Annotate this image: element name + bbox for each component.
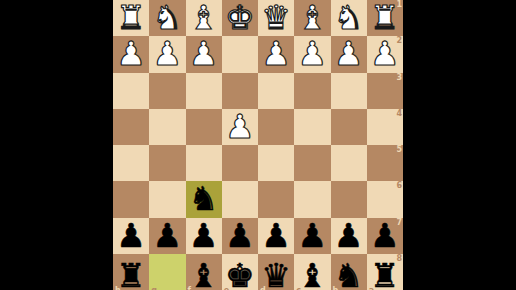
square-c6[interactable] [294,181,330,217]
square-d7[interactable]: ♟ [258,218,294,254]
square-h3[interactable] [113,73,149,109]
square-c7[interactable]: ♟ [294,218,330,254]
piece-wN-g1[interactable]: ♞ [153,0,183,36]
square-a2[interactable]: ♟2 [367,36,403,72]
square-f2[interactable]: ♟ [186,36,222,72]
square-g8[interactable]: g [149,254,185,290]
square-b7[interactable]: ♟ [331,218,367,254]
square-g2[interactable]: ♟ [149,36,185,72]
square-d3[interactable] [258,73,294,109]
square-h6[interactable] [113,181,149,217]
square-f7[interactable]: ♟ [186,218,222,254]
square-d2[interactable]: ♟ [258,36,294,72]
piece-bP-b7[interactable]: ♟ [334,218,364,254]
square-c1[interactable]: ♝ [294,0,330,36]
square-f1[interactable]: ♝ [186,0,222,36]
square-c8[interactable]: ♝c [294,254,330,290]
square-a6[interactable]: 6 [367,181,403,217]
square-d1[interactable]: ♛ [258,0,294,36]
piece-wP-a2[interactable]: ♟ [370,36,400,72]
rank-label-7: 7 [396,219,402,227]
square-e2[interactable] [222,36,258,72]
piece-bR-a8[interactable]: ♜ [370,258,400,290]
square-f6[interactable]: ♞ [186,181,222,217]
piece-wK-e1[interactable]: ♚ [225,0,255,36]
square-c4[interactable] [294,109,330,145]
piece-bP-f7[interactable]: ♟ [189,218,219,254]
square-e6[interactable] [222,181,258,217]
square-e3[interactable] [222,73,258,109]
square-e4[interactable]: ♟ [222,109,258,145]
square-h5[interactable] [113,145,149,181]
chess-board: ♜♞♝♚♛♝♞♜1♟♟♟♟♟♟♟23♟45♞6♟♟♟♟♟♟♟♟7♜hg♝f♚e♛… [113,0,403,290]
square-b2[interactable]: ♟ [331,36,367,72]
piece-bN-b8[interactable]: ♞ [334,258,364,290]
square-h8[interactable]: ♜h [113,254,149,290]
piece-wP-c2[interactable]: ♟ [298,36,328,72]
piece-bP-d7[interactable]: ♟ [261,218,291,254]
square-e1[interactable]: ♚ [222,0,258,36]
square-c5[interactable] [294,145,330,181]
piece-bP-g7[interactable]: ♟ [153,218,183,254]
piece-wR-h1[interactable]: ♜ [116,0,146,36]
square-a4[interactable]: 4 [367,109,403,145]
square-f3[interactable] [186,73,222,109]
square-g5[interactable] [149,145,185,181]
square-b3[interactable] [331,73,367,109]
square-h1[interactable]: ♜ [113,0,149,36]
video-frame: ♜♞♝♚♛♝♞♜1♟♟♟♟♟♟♟23♟45♞6♟♟♟♟♟♟♟♟7♜hg♝f♚e♛… [0,0,516,290]
square-d4[interactable] [258,109,294,145]
piece-bP-e7[interactable]: ♟ [225,218,255,254]
square-g4[interactable] [149,109,185,145]
square-d8[interactable]: ♛d [258,254,294,290]
piece-wN-b1[interactable]: ♞ [334,0,364,36]
square-b4[interactable] [331,109,367,145]
square-g1[interactable]: ♞ [149,0,185,36]
rank-label-4: 4 [396,110,402,118]
square-f4[interactable] [186,109,222,145]
square-a7[interactable]: ♟7 [367,218,403,254]
piece-wR-a1[interactable]: ♜ [370,0,400,36]
square-g3[interactable] [149,73,185,109]
square-a3[interactable]: 3 [367,73,403,109]
piece-wP-e4[interactable]: ♟ [225,109,255,145]
square-a8[interactable]: ♜8a [367,254,403,290]
square-b8[interactable]: ♞b [331,254,367,290]
square-e5[interactable] [222,145,258,181]
piece-bN-f6[interactable]: ♞ [189,181,219,217]
piece-bK-e8[interactable]: ♚ [225,258,255,290]
rank-label-1: 1 [396,1,402,9]
square-g6[interactable] [149,181,185,217]
square-f8[interactable]: ♝f [186,254,222,290]
piece-wB-f1[interactable]: ♝ [189,0,219,36]
rank-label-3: 3 [396,74,402,82]
piece-wP-f2[interactable]: ♟ [189,36,219,72]
square-c3[interactable] [294,73,330,109]
rank-label-2: 2 [396,37,402,45]
piece-bP-a7[interactable]: ♟ [370,218,400,254]
piece-wP-g2[interactable]: ♟ [153,36,183,72]
square-b5[interactable] [331,145,367,181]
piece-wQ-d1[interactable]: ♛ [261,0,291,36]
square-a5[interactable]: 5 [367,145,403,181]
square-g7[interactable]: ♟ [149,218,185,254]
square-b1[interactable]: ♞ [331,0,367,36]
piece-bB-f8[interactable]: ♝ [189,258,219,290]
piece-wP-h2[interactable]: ♟ [116,36,146,72]
square-c2[interactable]: ♟ [294,36,330,72]
square-a1[interactable]: ♜1 [367,0,403,36]
piece-wP-b2[interactable]: ♟ [334,36,364,72]
square-e7[interactable]: ♟ [222,218,258,254]
piece-bP-h7[interactable]: ♟ [116,218,146,254]
square-f5[interactable] [186,145,222,181]
piece-wP-d2[interactable]: ♟ [261,36,291,72]
square-b6[interactable] [331,181,367,217]
piece-wB-c1[interactable]: ♝ [298,0,328,36]
rank-label-8: 8 [396,255,402,263]
square-e8[interactable]: ♚e [222,254,258,290]
square-d6[interactable] [258,181,294,217]
piece-bP-c7[interactable]: ♟ [298,218,328,254]
piece-bB-c8[interactable]: ♝ [298,258,328,290]
square-h7[interactable]: ♟ [113,218,149,254]
rank-label-6: 6 [396,182,402,190]
rank-label-5: 5 [396,146,402,154]
square-h2[interactable]: ♟ [113,36,149,72]
square-d5[interactable] [258,145,294,181]
square-h4[interactable] [113,109,149,145]
